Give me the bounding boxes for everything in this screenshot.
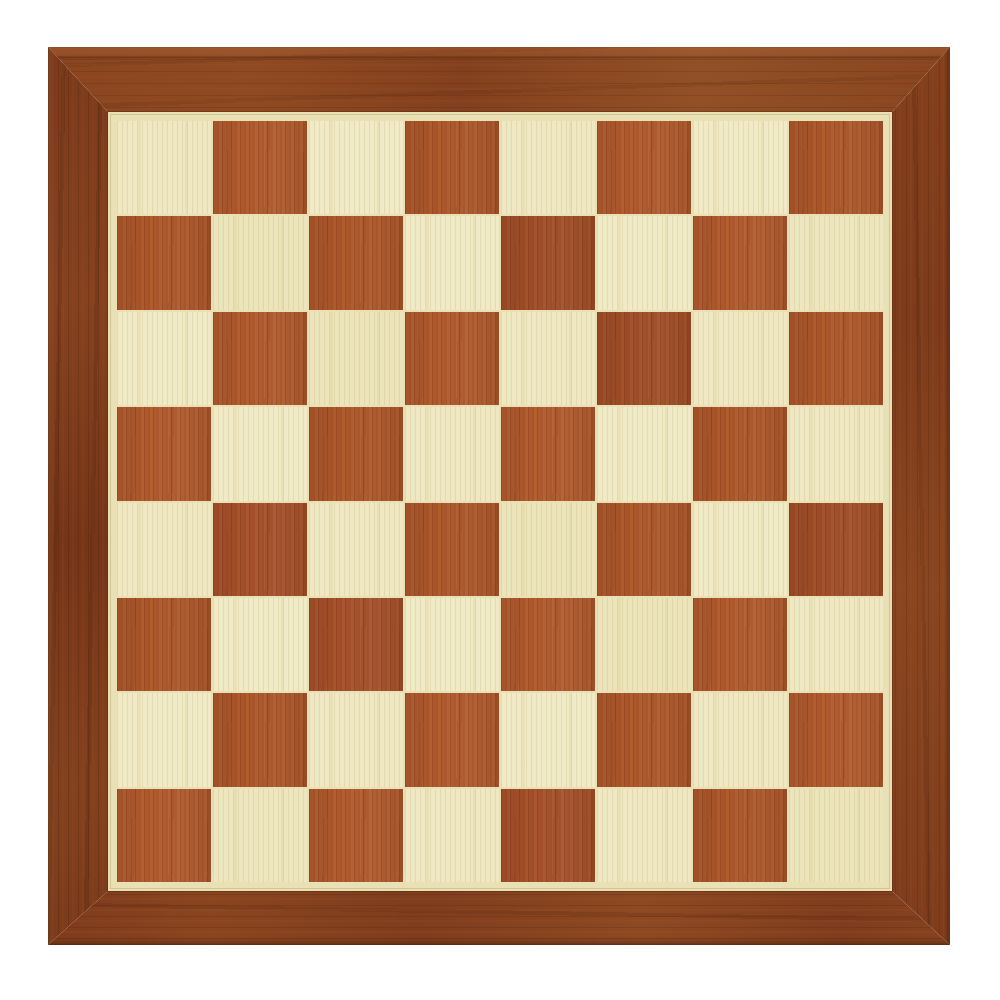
square-c8 [309, 121, 403, 214]
square-d6 [405, 312, 499, 405]
square-a7 [117, 216, 211, 309]
square-b1 [213, 789, 307, 882]
square-d5 [405, 407, 499, 500]
square-a3 [117, 598, 211, 691]
square-f3 [597, 598, 691, 691]
square-c3 [309, 598, 403, 691]
square-d7 [405, 216, 499, 309]
square-b3 [213, 598, 307, 691]
square-g5 [693, 407, 787, 500]
square-h6 [789, 312, 883, 405]
square-c7 [309, 216, 403, 309]
square-f8 [597, 121, 691, 214]
square-a8 [117, 121, 211, 214]
square-f1 [597, 789, 691, 882]
square-g4 [693, 503, 787, 596]
square-c1 [309, 789, 403, 882]
square-c2 [309, 693, 403, 786]
square-d1 [405, 789, 499, 882]
square-h8 [789, 121, 883, 214]
square-h2 [789, 693, 883, 786]
board-grid [117, 121, 883, 882]
square-b6 [213, 312, 307, 405]
square-c4 [309, 503, 403, 596]
square-e1 [501, 789, 595, 882]
square-a4 [117, 503, 211, 596]
square-h1 [789, 789, 883, 882]
square-b4 [213, 503, 307, 596]
square-h3 [789, 598, 883, 691]
square-b7 [213, 216, 307, 309]
photo-canvas [0, 0, 1000, 1000]
playing-field [108, 112, 892, 891]
square-b5 [213, 407, 307, 500]
square-h4 [789, 503, 883, 596]
square-e6 [501, 312, 595, 405]
square-f6 [597, 312, 691, 405]
square-b2 [213, 693, 307, 786]
square-g6 [693, 312, 787, 405]
square-c6 [309, 312, 403, 405]
square-f5 [597, 407, 691, 500]
square-d3 [405, 598, 499, 691]
square-d8 [405, 121, 499, 214]
square-d4 [405, 503, 499, 596]
square-h7 [789, 216, 883, 309]
square-f4 [597, 503, 691, 596]
square-e8 [501, 121, 595, 214]
square-a5 [117, 407, 211, 500]
square-e3 [501, 598, 595, 691]
square-g3 [693, 598, 787, 691]
square-f7 [597, 216, 691, 309]
square-e2 [501, 693, 595, 786]
square-e7 [501, 216, 595, 309]
square-g2 [693, 693, 787, 786]
square-h5 [789, 407, 883, 500]
square-e4 [501, 503, 595, 596]
square-d2 [405, 693, 499, 786]
square-a6 [117, 312, 211, 405]
square-g7 [693, 216, 787, 309]
square-e5 [501, 407, 595, 500]
square-b8 [213, 121, 307, 214]
chess-board [48, 47, 950, 945]
square-a1 [117, 789, 211, 882]
square-g8 [693, 121, 787, 214]
square-a2 [117, 693, 211, 786]
square-f2 [597, 693, 691, 786]
square-c5 [309, 407, 403, 500]
square-g1 [693, 789, 787, 882]
